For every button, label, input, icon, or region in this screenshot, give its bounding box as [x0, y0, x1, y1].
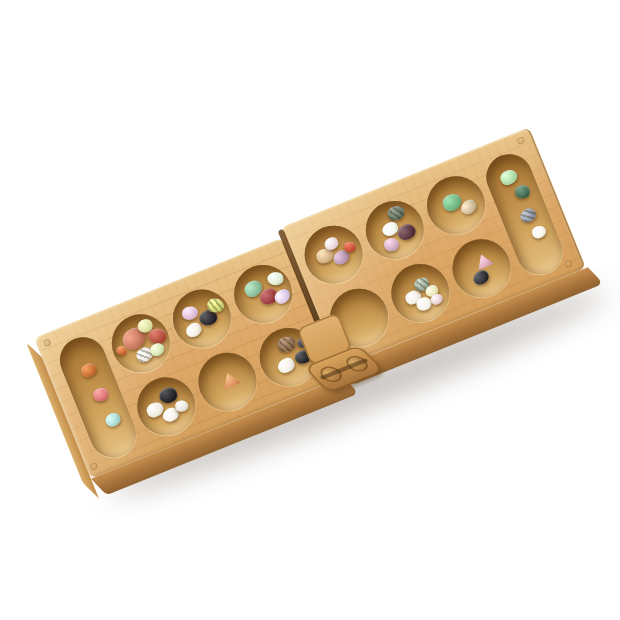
corner-peg: [516, 136, 525, 145]
pit-bottom-5[interactable]: [383, 255, 459, 331]
pit-top-1[interactable]: [103, 306, 179, 382]
stone: [515, 185, 530, 199]
pit-top-2[interactable]: [164, 281, 240, 357]
stone: [79, 361, 99, 379]
stone: [383, 237, 399, 252]
pit-top-3[interactable]: [225, 256, 301, 332]
board-half-left: [34, 238, 339, 479]
stone: [93, 388, 109, 403]
stone: [395, 221, 418, 243]
pit-top-4[interactable]: [296, 217, 372, 293]
stone: [472, 250, 496, 272]
corner-peg: [43, 338, 52, 347]
stone: [116, 345, 128, 355]
corner-peg: [89, 462, 98, 471]
stone: [218, 368, 243, 391]
stone: [175, 400, 189, 413]
stone: [103, 410, 123, 429]
stone: [530, 224, 547, 240]
stone: [157, 386, 178, 404]
stone: [518, 206, 538, 226]
stone: [386, 205, 406, 222]
stone: [207, 298, 225, 313]
mancala-board: [30, 127, 590, 479]
stone: [498, 168, 519, 187]
scene: [0, 0, 620, 620]
stone: [267, 271, 284, 286]
stone: [277, 336, 297, 353]
stone: [148, 328, 167, 344]
corner-peg: [564, 259, 573, 268]
pit-bottom-1[interactable]: [129, 369, 205, 445]
pit-top-6[interactable]: [418, 167, 494, 243]
pit-bottom-2[interactable]: [190, 344, 266, 420]
pit-top-5[interactable]: [357, 192, 433, 268]
stone: [181, 306, 198, 321]
stone: [471, 268, 491, 288]
stone: [343, 242, 355, 252]
pit-bottom-6[interactable]: [444, 230, 520, 306]
stone: [315, 247, 335, 264]
